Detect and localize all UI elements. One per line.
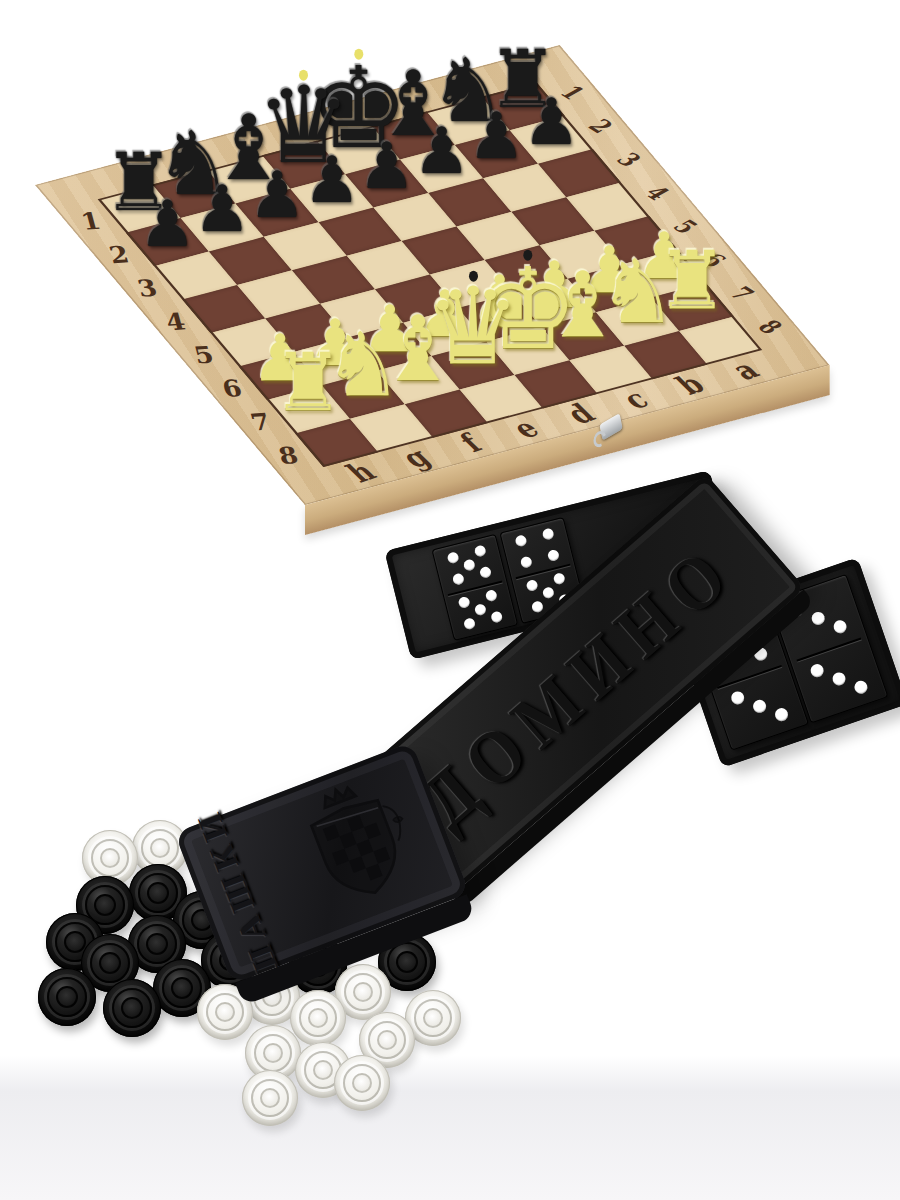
domino-pip (446, 552, 459, 565)
rank-label-left-8: 8 (276, 442, 302, 470)
black-checker-piece (76, 876, 134, 934)
rank-label-left-5: 5 (191, 341, 217, 369)
checkers-box: ШАШКИ (174, 742, 469, 984)
domino-pip (831, 671, 848, 688)
file-label-d: d (558, 398, 602, 430)
crest-emblem-icon (278, 765, 436, 928)
domino-pip (485, 589, 498, 602)
file-label-f: f (452, 428, 490, 458)
rank-label-left-4: 4 (163, 308, 189, 336)
black-queen-finial-icon (299, 69, 308, 80)
file-label-c: c (614, 383, 656, 414)
rank-label-right-3: 3 (610, 149, 647, 171)
file-label-a: a (723, 354, 766, 386)
domino-pip (479, 565, 492, 578)
white-checker-piece (295, 1042, 351, 1098)
domino-pip (730, 690, 747, 707)
domino-pip (458, 596, 471, 609)
file-label-e: e (504, 413, 547, 445)
black-checker-piece (129, 864, 187, 922)
domino-pip (810, 610, 827, 627)
domino-pip (463, 558, 476, 571)
file-label-g: g (394, 442, 438, 474)
domino-pip (751, 698, 768, 715)
chess-board: 1122334455667788hgfedcba (35, 45, 830, 505)
checkers-box-embossed-text: ШАШКИ (188, 802, 290, 989)
rank-label-left-1: 1 (78, 207, 104, 235)
domino-pip (519, 555, 532, 568)
white-checker-piece (405, 990, 461, 1046)
white-checker-piece (242, 1070, 298, 1126)
rank-label-right-5: 5 (667, 216, 704, 238)
rank-label-right-1: 1 (554, 82, 591, 104)
domino-pip (531, 600, 544, 613)
rank-label-right-6: 6 (695, 249, 732, 271)
black-checker-piece (103, 979, 161, 1037)
rank-label-right-2: 2 (582, 115, 619, 137)
rank-label-left-6: 6 (219, 375, 245, 403)
rank-label-left-2: 2 (106, 241, 132, 269)
domino-pip (463, 617, 476, 630)
domino-pip (525, 579, 538, 592)
domino-pip (490, 610, 503, 623)
white-checker-piece (82, 830, 138, 886)
domino-pip (452, 572, 465, 585)
domino-pip (542, 586, 555, 599)
black-checker-piece (38, 968, 96, 1026)
rank-label-right-7: 7 (723, 283, 760, 305)
black-checker-piece (153, 959, 211, 1017)
rank-label-left-3: 3 (134, 274, 160, 302)
rank-label-right-8: 8 (752, 316, 789, 338)
domino-pip (542, 528, 555, 541)
file-label-b: b (668, 368, 712, 400)
white-checker-piece (359, 1012, 415, 1068)
rank-label-right-4: 4 (639, 182, 676, 204)
black-checker-piece (128, 915, 186, 973)
domino-pip (809, 662, 826, 679)
white-checker-piece (245, 1025, 301, 1081)
domino-pip (553, 572, 566, 585)
white-checker-piece (290, 990, 346, 1046)
domino-pip (852, 679, 869, 696)
white-checker-piece (335, 964, 391, 1020)
black-king-finial-icon (354, 49, 363, 60)
white-checker-piece (334, 1055, 390, 1111)
domino-pip (474, 545, 487, 558)
file-label-h: h (338, 456, 383, 488)
black-checker-piece (81, 934, 139, 992)
domino-pip (514, 535, 527, 548)
domino-pip (474, 603, 487, 616)
rank-label-left-7: 7 (247, 408, 273, 436)
domino-pip (547, 548, 560, 561)
black-checker-piece (46, 913, 104, 971)
domino-pip (831, 618, 848, 635)
domino-pip (773, 706, 790, 723)
